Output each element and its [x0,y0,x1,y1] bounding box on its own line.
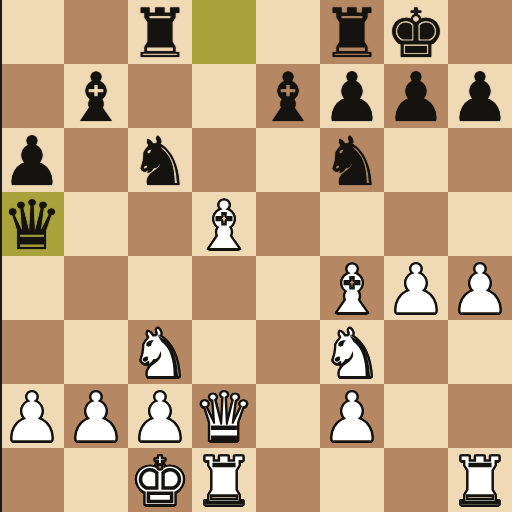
square-f1[interactable] [320,448,384,512]
chess-board[interactable]: ♜♜♚♝♝♟♟♟♟♞♞♛♝♝♟♟♞♞♟♟♟♛♟♚♜♜ [0,0,512,512]
square-d2[interactable]: ♛ [192,384,256,448]
white-pawn[interactable]: ♟ [2,384,63,452]
square-h3[interactable] [448,320,512,384]
square-h7[interactable]: ♟ [448,64,512,128]
square-h2[interactable] [448,384,512,448]
square-f3[interactable]: ♞ [320,320,384,384]
black-bishop[interactable]: ♝ [258,64,319,132]
white-bishop[interactable]: ♝ [194,192,255,260]
white-pawn[interactable]: ♟ [322,384,383,452]
square-e4[interactable] [256,256,320,320]
square-d1[interactable]: ♜ [192,448,256,512]
black-bishop[interactable]: ♝ [66,64,127,132]
square-d5[interactable]: ♝ [192,192,256,256]
square-b2[interactable]: ♟ [64,384,128,448]
square-g1[interactable] [384,448,448,512]
square-a8[interactable] [0,0,64,64]
square-f4[interactable]: ♝ [320,256,384,320]
square-f8[interactable]: ♜ [320,0,384,64]
square-a5[interactable]: ♛ [0,192,64,256]
white-pawn[interactable]: ♟ [450,256,511,324]
black-pawn[interactable]: ♟ [450,64,511,132]
square-e8[interactable] [256,0,320,64]
square-b1[interactable] [64,448,128,512]
black-knight[interactable]: ♞ [322,128,383,196]
square-f5[interactable] [320,192,384,256]
square-g4[interactable]: ♟ [384,256,448,320]
square-c5[interactable] [128,192,192,256]
square-f7[interactable]: ♟ [320,64,384,128]
square-e6[interactable] [256,128,320,192]
square-b5[interactable] [64,192,128,256]
black-knight[interactable]: ♞ [130,128,191,196]
black-rook[interactable]: ♜ [130,0,191,68]
square-e2[interactable] [256,384,320,448]
square-f2[interactable]: ♟ [320,384,384,448]
square-g7[interactable]: ♟ [384,64,448,128]
square-b4[interactable] [64,256,128,320]
square-e5[interactable] [256,192,320,256]
square-h8[interactable] [448,0,512,64]
white-rook[interactable]: ♜ [194,448,255,512]
square-c8[interactable]: ♜ [128,0,192,64]
square-c4[interactable] [128,256,192,320]
square-c1[interactable]: ♚ [128,448,192,512]
square-e3[interactable] [256,320,320,384]
square-g3[interactable] [384,320,448,384]
white-pawn[interactable]: ♟ [386,256,447,324]
square-h4[interactable]: ♟ [448,256,512,320]
square-h1[interactable]: ♜ [448,448,512,512]
square-a1[interactable] [0,448,64,512]
white-king[interactable]: ♚ [130,448,191,512]
square-c7[interactable] [128,64,192,128]
square-b7[interactable]: ♝ [64,64,128,128]
square-h6[interactable] [448,128,512,192]
square-a4[interactable] [0,256,64,320]
square-c3[interactable]: ♞ [128,320,192,384]
square-g8[interactable]: ♚ [384,0,448,64]
square-f6[interactable]: ♞ [320,128,384,192]
square-a6[interactable]: ♟ [0,128,64,192]
square-b3[interactable] [64,320,128,384]
square-b8[interactable] [64,0,128,64]
black-pawn[interactable]: ♟ [386,64,447,132]
square-b6[interactable] [64,128,128,192]
square-c2[interactable]: ♟ [128,384,192,448]
white-rook[interactable]: ♜ [450,448,511,512]
square-a2[interactable]: ♟ [0,384,64,448]
square-d3[interactable] [192,320,256,384]
square-a7[interactable] [0,64,64,128]
board-left-edge [0,0,2,512]
square-g5[interactable] [384,192,448,256]
square-d8[interactable] [192,0,256,64]
square-h5[interactable] [448,192,512,256]
square-a3[interactable] [0,320,64,384]
square-g6[interactable] [384,128,448,192]
square-d6[interactable] [192,128,256,192]
square-d4[interactable] [192,256,256,320]
square-e1[interactable] [256,448,320,512]
white-pawn[interactable]: ♟ [66,384,127,452]
square-d7[interactable] [192,64,256,128]
square-e7[interactable]: ♝ [256,64,320,128]
square-g2[interactable] [384,384,448,448]
black-queen[interactable]: ♛ [2,192,63,260]
square-c6[interactable]: ♞ [128,128,192,192]
